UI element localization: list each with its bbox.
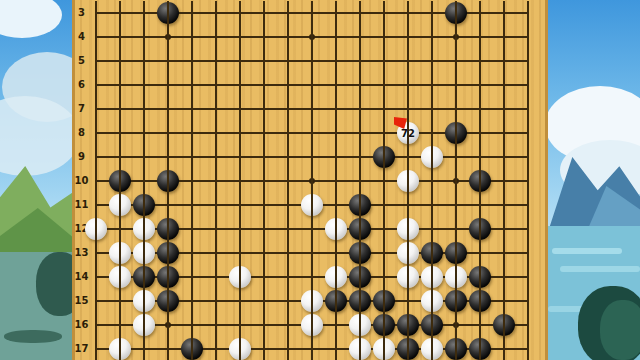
board-intersection[interactable] xyxy=(132,193,156,217)
black-stone xyxy=(373,290,395,312)
board-intersection[interactable] xyxy=(228,289,252,313)
board-intersection[interactable] xyxy=(204,313,228,337)
board-intersection[interactable] xyxy=(516,265,540,289)
board-intersection[interactable] xyxy=(132,25,156,49)
board-intersection[interactable] xyxy=(276,1,300,25)
board-intersection[interactable] xyxy=(396,25,420,49)
board-intersection[interactable] xyxy=(84,145,108,169)
star-point xyxy=(453,322,459,328)
board-intersection[interactable] xyxy=(132,169,156,193)
board-intersection[interactable] xyxy=(252,121,276,145)
board-intersection[interactable] xyxy=(348,1,372,25)
board-intersection[interactable] xyxy=(348,145,372,169)
board-intersection[interactable] xyxy=(252,289,276,313)
board-intersection[interactable] xyxy=(396,73,420,97)
board-intersection[interactable] xyxy=(444,241,468,265)
board-intersection[interactable] xyxy=(300,337,324,360)
board-intersection[interactable] xyxy=(324,145,348,169)
board-intersection[interactable] xyxy=(396,217,420,241)
board-intersection[interactable] xyxy=(276,121,300,145)
board-intersection[interactable] xyxy=(108,217,132,241)
board-intersection[interactable] xyxy=(348,289,372,313)
board-intersection[interactable] xyxy=(108,337,132,360)
board-intersection[interactable] xyxy=(396,49,420,73)
board-intersection[interactable] xyxy=(276,49,300,73)
board-intersection[interactable] xyxy=(516,169,540,193)
board-intersection[interactable] xyxy=(180,97,204,121)
board-intersection[interactable] xyxy=(420,97,444,121)
board-intersection[interactable] xyxy=(84,1,108,25)
board-intersection[interactable] xyxy=(204,1,228,25)
board-intersection[interactable] xyxy=(372,121,396,145)
board-intersection[interactable] xyxy=(228,121,252,145)
board-intersection[interactable] xyxy=(420,265,444,289)
board-intersection[interactable] xyxy=(252,265,276,289)
board-intersection[interactable] xyxy=(468,289,492,313)
board-intersection[interactable] xyxy=(348,337,372,360)
board-intersection[interactable] xyxy=(372,265,396,289)
board-intersection[interactable] xyxy=(132,313,156,337)
board-intersection[interactable] xyxy=(492,49,516,73)
board-intersection[interactable] xyxy=(444,193,468,217)
board-intersection[interactable] xyxy=(492,337,516,360)
board-intersection[interactable] xyxy=(492,97,516,121)
board-intersection[interactable] xyxy=(420,1,444,25)
board-intersection[interactable] xyxy=(84,73,108,97)
board-intersection[interactable] xyxy=(444,1,468,25)
board-intersection[interactable] xyxy=(204,145,228,169)
board-intersection[interactable] xyxy=(228,97,252,121)
board-intersection[interactable] xyxy=(180,337,204,360)
board-intersection[interactable] xyxy=(180,49,204,73)
board-intersection[interactable] xyxy=(276,337,300,360)
go-board: 34567891011121314151617 72 xyxy=(72,0,548,360)
board-intersection[interactable] xyxy=(204,169,228,193)
board-intersection[interactable] xyxy=(468,97,492,121)
board-intersection[interactable] xyxy=(252,49,276,73)
board-intersection[interactable] xyxy=(156,1,180,25)
board-intersection[interactable] xyxy=(180,73,204,97)
board-intersection[interactable] xyxy=(300,169,324,193)
board-intersection[interactable] xyxy=(252,337,276,360)
board-intersection[interactable] xyxy=(516,289,540,313)
board-intersection[interactable] xyxy=(444,337,468,360)
board-intersection[interactable] xyxy=(252,25,276,49)
board-intersection[interactable] xyxy=(132,1,156,25)
board-intersection[interactable] xyxy=(84,241,108,265)
board-intersection[interactable] xyxy=(324,169,348,193)
board-intersection[interactable] xyxy=(516,337,540,360)
board-intersection[interactable] xyxy=(156,145,180,169)
board-intersection[interactable] xyxy=(84,49,108,73)
board-intersection[interactable] xyxy=(276,73,300,97)
board-intersection[interactable] xyxy=(180,193,204,217)
board-intersection[interactable] xyxy=(468,73,492,97)
board-intersection[interactable] xyxy=(132,73,156,97)
board-intersection[interactable] xyxy=(300,289,324,313)
board-intersection[interactable] xyxy=(444,265,468,289)
board-intersection[interactable] xyxy=(228,49,252,73)
board-intersection[interactable] xyxy=(516,121,540,145)
board-intersection[interactable] xyxy=(300,97,324,121)
black-stone xyxy=(445,338,467,360)
board-intersection[interactable] xyxy=(108,25,132,49)
board-intersection[interactable] xyxy=(300,1,324,25)
board-intersection[interactable] xyxy=(180,289,204,313)
board-intersection[interactable] xyxy=(180,169,204,193)
board-intersection[interactable] xyxy=(396,1,420,25)
board-intersection[interactable] xyxy=(348,265,372,289)
board-intersection[interactable] xyxy=(108,97,132,121)
white-stone xyxy=(301,314,323,336)
board-intersection[interactable] xyxy=(468,1,492,25)
board-intersection[interactable] xyxy=(276,313,300,337)
board-intersection[interactable] xyxy=(324,217,348,241)
board-intersection[interactable] xyxy=(156,337,180,360)
board-intersection[interactable] xyxy=(276,145,300,169)
board-intersection[interactable] xyxy=(396,337,420,360)
board-intersection[interactable] xyxy=(132,217,156,241)
board-intersection[interactable] xyxy=(492,121,516,145)
board-intersection[interactable] xyxy=(372,49,396,73)
board-intersection[interactable] xyxy=(132,49,156,73)
board-intersection[interactable] xyxy=(156,193,180,217)
board-intersection[interactable] xyxy=(468,241,492,265)
board-intersection[interactable] xyxy=(84,169,108,193)
board-intersection[interactable] xyxy=(444,49,468,73)
board-intersection[interactable] xyxy=(444,97,468,121)
white-stone xyxy=(349,338,371,360)
board-intersection[interactable] xyxy=(228,265,252,289)
board-intersection[interactable] xyxy=(348,121,372,145)
board-intersection[interactable] xyxy=(300,73,324,97)
board-intersection[interactable] xyxy=(84,313,108,337)
board-intersection[interactable] xyxy=(324,121,348,145)
board-intersection[interactable] xyxy=(396,289,420,313)
board-intersection[interactable] xyxy=(372,337,396,360)
board-intersection[interactable] xyxy=(348,217,372,241)
board-intersection[interactable] xyxy=(372,241,396,265)
board-intersection[interactable] xyxy=(180,217,204,241)
board-intersection[interactable] xyxy=(156,265,180,289)
board-intersection[interactable] xyxy=(156,289,180,313)
board-intersection[interactable] xyxy=(396,265,420,289)
board-intersection[interactable] xyxy=(276,193,300,217)
board-intersection[interactable] xyxy=(228,25,252,49)
board-intersection[interactable] xyxy=(132,289,156,313)
board-intersection[interactable] xyxy=(372,313,396,337)
board-intersection[interactable] xyxy=(372,145,396,169)
board-intersection[interactable] xyxy=(252,1,276,25)
board-intersection[interactable] xyxy=(396,145,420,169)
board-intersection[interactable] xyxy=(228,193,252,217)
board-intersection[interactable] xyxy=(228,217,252,241)
board-intersection[interactable] xyxy=(300,121,324,145)
black-stone xyxy=(157,218,179,240)
board-intersection[interactable] xyxy=(372,25,396,49)
board-intersection[interactable] xyxy=(156,241,180,265)
board-intersection[interactable] xyxy=(420,217,444,241)
board-intersection[interactable] xyxy=(516,193,540,217)
board-intersection[interactable] xyxy=(252,313,276,337)
board-intersection[interactable] xyxy=(300,217,324,241)
board-intersection[interactable] xyxy=(108,265,132,289)
board-intersection[interactable] xyxy=(132,145,156,169)
board-intersection[interactable] xyxy=(84,217,108,241)
board-intersection[interactable] xyxy=(156,73,180,97)
white-stone xyxy=(301,290,323,312)
board-intersection[interactable] xyxy=(516,145,540,169)
board-intersection[interactable] xyxy=(204,241,228,265)
board-intersection[interactable] xyxy=(108,289,132,313)
board-intersection[interactable] xyxy=(420,49,444,73)
board-intersection[interactable] xyxy=(108,169,132,193)
board-intersection[interactable] xyxy=(132,241,156,265)
board-intersection[interactable] xyxy=(204,121,228,145)
board-intersection[interactable] xyxy=(348,241,372,265)
board-intersection[interactable] xyxy=(276,217,300,241)
board-intersection[interactable] xyxy=(84,193,108,217)
board-intersection[interactable] xyxy=(348,49,372,73)
board-intersection[interactable] xyxy=(276,169,300,193)
board-intersection[interactable] xyxy=(84,25,108,49)
board-intersection[interactable] xyxy=(516,97,540,121)
board-intersection[interactable] xyxy=(108,1,132,25)
board-intersection[interactable] xyxy=(156,313,180,337)
board-intersection[interactable] xyxy=(300,193,324,217)
board-intersection[interactable] xyxy=(228,73,252,97)
board-intersection[interactable] xyxy=(228,1,252,25)
board-intersection[interactable] xyxy=(444,145,468,169)
board-intersection[interactable] xyxy=(108,121,132,145)
board-intersection[interactable] xyxy=(492,313,516,337)
board-intersection[interactable] xyxy=(156,25,180,49)
board-intersection[interactable] xyxy=(492,217,516,241)
board-intersection[interactable] xyxy=(324,73,348,97)
board-intersection[interactable] xyxy=(492,1,516,25)
board-intersection[interactable] xyxy=(156,49,180,73)
board-intersection[interactable] xyxy=(204,265,228,289)
board-intersection[interactable] xyxy=(84,97,108,121)
board-intersection[interactable] xyxy=(348,25,372,49)
board-intersection[interactable] xyxy=(492,145,516,169)
board-intersection[interactable] xyxy=(444,217,468,241)
board-intersection[interactable] xyxy=(228,145,252,169)
board-intersection[interactable] xyxy=(180,313,204,337)
board-intersection[interactable] xyxy=(252,241,276,265)
board-intersection[interactable] xyxy=(516,49,540,73)
board-intersection[interactable] xyxy=(468,193,492,217)
board-intersection[interactable] xyxy=(228,337,252,360)
board-intersection[interactable] xyxy=(516,1,540,25)
board-intersection[interactable] xyxy=(228,241,252,265)
board-intersection[interactable] xyxy=(300,241,324,265)
board-intersection[interactable] xyxy=(420,241,444,265)
board-intersection[interactable] xyxy=(516,73,540,97)
board-intersection[interactable] xyxy=(180,25,204,49)
board-intersection[interactable] xyxy=(204,193,228,217)
board-intersection[interactable] xyxy=(492,73,516,97)
board-intersection[interactable] xyxy=(468,217,492,241)
board-intersection[interactable] xyxy=(108,73,132,97)
board-intersection[interactable] xyxy=(468,265,492,289)
board-intersection[interactable] xyxy=(324,265,348,289)
board-intersection[interactable] xyxy=(492,193,516,217)
board-intersection[interactable] xyxy=(324,49,348,73)
board-intersection[interactable] xyxy=(132,97,156,121)
board-intersection[interactable] xyxy=(180,145,204,169)
board-intersection[interactable] xyxy=(420,193,444,217)
black-stone xyxy=(469,338,491,360)
board-intersection[interactable] xyxy=(300,25,324,49)
board-intersection[interactable] xyxy=(108,145,132,169)
board-intersection[interactable] xyxy=(324,241,348,265)
board-intersection[interactable] xyxy=(444,289,468,313)
board-intersection[interactable] xyxy=(420,289,444,313)
board-intersection[interactable] xyxy=(108,241,132,265)
board-intersection[interactable] xyxy=(180,265,204,289)
board-intersection[interactable] xyxy=(324,337,348,360)
board-intersection[interactable] xyxy=(204,337,228,360)
board-intersection[interactable] xyxy=(444,25,468,49)
board-intersection[interactable] xyxy=(180,121,204,145)
board-intersection[interactable] xyxy=(372,1,396,25)
board-intersection[interactable] xyxy=(156,97,180,121)
board-intersection[interactable] xyxy=(420,121,444,145)
board-intersection[interactable] xyxy=(324,1,348,25)
white-stone xyxy=(421,146,443,168)
board-intersection[interactable] xyxy=(228,169,252,193)
board-intersection[interactable] xyxy=(84,265,108,289)
board-intersection[interactable] xyxy=(420,73,444,97)
board-intersection[interactable] xyxy=(300,265,324,289)
board-intersection[interactable] xyxy=(420,169,444,193)
black-stone xyxy=(157,170,179,192)
board-intersection[interactable] xyxy=(204,289,228,313)
board-intersection[interactable] xyxy=(108,49,132,73)
board-intersection[interactable] xyxy=(252,73,276,97)
board-intersection[interactable] xyxy=(300,49,324,73)
board-intersection[interactable] xyxy=(324,289,348,313)
board-intersection[interactable] xyxy=(444,169,468,193)
board-intersection[interactable] xyxy=(396,241,420,265)
board-intersection[interactable] xyxy=(516,241,540,265)
board-intersection[interactable] xyxy=(372,217,396,241)
board-intersection[interactable] xyxy=(252,97,276,121)
board-intersection[interactable] xyxy=(348,193,372,217)
board-intersection[interactable] xyxy=(252,217,276,241)
board-intersection[interactable] xyxy=(204,97,228,121)
board-intersection[interactable] xyxy=(396,169,420,193)
board-intersection[interactable] xyxy=(252,145,276,169)
board-intersection[interactable] xyxy=(276,289,300,313)
board-intersection[interactable] xyxy=(396,97,420,121)
board-intersection[interactable] xyxy=(444,121,468,145)
board-intersection[interactable] xyxy=(300,313,324,337)
board-intersection[interactable] xyxy=(468,49,492,73)
board-intersection[interactable] xyxy=(204,49,228,73)
bush-right-light xyxy=(600,300,640,360)
board-intersection[interactable] xyxy=(204,73,228,97)
board-intersection[interactable] xyxy=(420,337,444,360)
board-intersection[interactable] xyxy=(468,121,492,145)
board-intersection[interactable] xyxy=(516,217,540,241)
board-intersection[interactable] xyxy=(156,121,180,145)
board-intersection[interactable] xyxy=(468,25,492,49)
board-intersection[interactable] xyxy=(252,193,276,217)
board-intersection[interactable] xyxy=(492,289,516,313)
black-stone xyxy=(157,290,179,312)
board-intersection[interactable] xyxy=(156,169,180,193)
board-grid: 72 xyxy=(84,1,540,360)
board-intersection[interactable] xyxy=(468,169,492,193)
board-intersection[interactable] xyxy=(372,97,396,121)
board-intersection[interactable] xyxy=(180,1,204,25)
board-intersection[interactable] xyxy=(492,241,516,265)
board-intersection[interactable] xyxy=(420,25,444,49)
board-intersection[interactable] xyxy=(324,97,348,121)
board-intersection[interactable] xyxy=(348,97,372,121)
board-intersection[interactable] xyxy=(108,313,132,337)
board-intersection[interactable] xyxy=(492,169,516,193)
board-intersection[interactable] xyxy=(468,337,492,360)
board-intersection[interactable] xyxy=(84,289,108,313)
board-intersection[interactable] xyxy=(372,289,396,313)
board-intersection[interactable] xyxy=(84,337,108,360)
board-intersection[interactable] xyxy=(132,337,156,360)
board-intersection[interactable] xyxy=(276,241,300,265)
board-intersection[interactable] xyxy=(492,265,516,289)
white-stone xyxy=(109,266,131,288)
board-intersection[interactable] xyxy=(444,313,468,337)
board-intersection[interactable] xyxy=(228,313,252,337)
board-intersection[interactable] xyxy=(420,145,444,169)
board-intersection[interactable] xyxy=(324,25,348,49)
board-intersection[interactable] xyxy=(132,265,156,289)
board-intersection[interactable] xyxy=(492,25,516,49)
board-intersection[interactable] xyxy=(444,73,468,97)
board-intersection[interactable] xyxy=(276,25,300,49)
board-intersection[interactable] xyxy=(324,313,348,337)
board-intersection[interactable] xyxy=(324,193,348,217)
board-intersection[interactable] xyxy=(468,145,492,169)
board-intersection[interactable] xyxy=(276,97,300,121)
board-intersection[interactable] xyxy=(516,313,540,337)
board-intersection[interactable] xyxy=(204,217,228,241)
board-intersection[interactable] xyxy=(372,169,396,193)
board-intersection[interactable] xyxy=(252,169,276,193)
board-intersection[interactable] xyxy=(396,313,420,337)
board-intersection[interactable] xyxy=(276,265,300,289)
board-intersection[interactable] xyxy=(348,73,372,97)
board-intersection[interactable] xyxy=(420,313,444,337)
board-intersection[interactable] xyxy=(84,121,108,145)
board-intersection[interactable] xyxy=(204,25,228,49)
board-intersection[interactable] xyxy=(132,121,156,145)
board-intersection[interactable] xyxy=(156,217,180,241)
board-intersection[interactable] xyxy=(180,241,204,265)
board-intersection[interactable] xyxy=(468,313,492,337)
board-intersection[interactable] xyxy=(348,169,372,193)
board-intersection[interactable] xyxy=(300,145,324,169)
board-intersection[interactable] xyxy=(108,193,132,217)
board-intersection[interactable]: 72 xyxy=(396,121,420,145)
board-intersection[interactable] xyxy=(516,25,540,49)
board-intersection[interactable] xyxy=(396,193,420,217)
board-intersection[interactable] xyxy=(372,73,396,97)
board-intersection[interactable] xyxy=(372,193,396,217)
board-intersection[interactable] xyxy=(348,313,372,337)
